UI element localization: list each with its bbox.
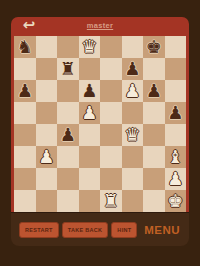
square-c3[interactable]	[57, 146, 79, 168]
white-pawn-piece[interactable]: ♟	[167, 168, 183, 190]
square-f8[interactable]	[122, 36, 144, 58]
square-e1[interactable]: ♜	[100, 190, 122, 212]
square-h1[interactable]: ♚	[165, 190, 187, 212]
square-d4[interactable]	[79, 124, 101, 146]
square-c7[interactable]: ♜	[57, 58, 79, 80]
white-pawn-piece[interactable]: ♟	[38, 146, 54, 168]
square-g5[interactable]	[143, 102, 165, 124]
square-h4[interactable]	[165, 124, 187, 146]
square-b4[interactable]	[36, 124, 58, 146]
square-g4[interactable]	[143, 124, 165, 146]
square-e7[interactable]	[100, 58, 122, 80]
square-a5[interactable]	[14, 102, 36, 124]
square-b6[interactable]	[36, 80, 58, 102]
restart-button[interactable]: RESTART	[19, 222, 59, 238]
white-queen-piece[interactable]: ♛	[81, 36, 97, 58]
square-d2[interactable]	[79, 168, 101, 190]
white-pawn-piece[interactable]: ♟	[81, 102, 97, 124]
black-knight-piece[interactable]: ♞	[17, 36, 33, 58]
square-h5[interactable]: ♟	[165, 102, 187, 124]
square-d7[interactable]	[79, 58, 101, 80]
toolbar: RESTART TAKE BACK HINT MENU	[11, 212, 189, 246]
square-c4[interactable]: ♟	[57, 124, 79, 146]
square-b5[interactable]	[36, 102, 58, 124]
square-g6[interactable]: ♟	[143, 80, 165, 102]
square-b8[interactable]	[36, 36, 58, 58]
square-f6[interactable]: ♟	[122, 80, 144, 102]
square-d1[interactable]	[79, 190, 101, 212]
black-king-piece[interactable]: ♚	[146, 36, 162, 58]
chess-board: ♞♛♚♜♟♟♟♟♟♟♟♟♛♟♝♟♜♚	[14, 36, 186, 212]
square-d3[interactable]	[79, 146, 101, 168]
square-b3[interactable]: ♟	[36, 146, 58, 168]
white-rook-piece[interactable]: ♜	[103, 190, 119, 212]
square-h3[interactable]: ♝	[165, 146, 187, 168]
take-back-button[interactable]: TAKE BACK	[62, 222, 109, 238]
square-a8[interactable]: ♞	[14, 36, 36, 58]
black-pawn-piece[interactable]: ♟	[124, 58, 140, 80]
black-rook-piece[interactable]: ♜	[60, 58, 76, 80]
square-a4[interactable]	[14, 124, 36, 146]
square-f7[interactable]: ♟	[122, 58, 144, 80]
white-king-piece[interactable]: ♚	[167, 190, 183, 212]
square-g8[interactable]: ♚	[143, 36, 165, 58]
square-g7[interactable]	[143, 58, 165, 80]
hint-button[interactable]: HINT	[111, 222, 137, 238]
square-f2[interactable]	[122, 168, 144, 190]
square-g1[interactable]	[143, 190, 165, 212]
square-d8[interactable]: ♛	[79, 36, 101, 58]
white-pawn-piece[interactable]: ♟	[124, 80, 140, 102]
chess-app: ↩ master ♞♛♚♜♟♟♟♟♟♟♟♟♛♟♝♟♜♚ RESTART TAKE…	[0, 0, 200, 266]
black-pawn-piece[interactable]: ♟	[17, 80, 33, 102]
square-a7[interactable]	[14, 58, 36, 80]
square-g2[interactable]	[143, 168, 165, 190]
square-a3[interactable]	[14, 146, 36, 168]
white-bishop-piece[interactable]: ♝	[167, 146, 183, 168]
square-e3[interactable]	[100, 146, 122, 168]
square-e5[interactable]	[100, 102, 122, 124]
header: ↩ master	[11, 17, 189, 36]
square-d6[interactable]: ♟	[79, 80, 101, 102]
square-f5[interactable]	[122, 102, 144, 124]
square-e4[interactable]	[100, 124, 122, 146]
square-b1[interactable]	[36, 190, 58, 212]
square-b7[interactable]	[36, 58, 58, 80]
black-pawn-piece[interactable]: ♟	[146, 80, 162, 102]
square-d5[interactable]: ♟	[79, 102, 101, 124]
square-f3[interactable]	[122, 146, 144, 168]
square-c1[interactable]	[57, 190, 79, 212]
square-h2[interactable]: ♟	[165, 168, 187, 190]
square-h7[interactable]	[165, 58, 187, 80]
square-b2[interactable]	[36, 168, 58, 190]
page-title: master	[11, 17, 189, 36]
menu-button[interactable]: MENU	[144, 224, 180, 236]
black-pawn-piece[interactable]: ♟	[167, 102, 183, 124]
white-queen-piece[interactable]: ♛	[124, 124, 140, 146]
square-h6[interactable]	[165, 80, 187, 102]
square-h8[interactable]	[165, 36, 187, 58]
square-f4[interactable]: ♛	[122, 124, 144, 146]
square-c8[interactable]	[57, 36, 79, 58]
black-pawn-piece[interactable]: ♟	[60, 124, 76, 146]
square-a2[interactable]	[14, 168, 36, 190]
square-e6[interactable]	[100, 80, 122, 102]
square-e2[interactable]	[100, 168, 122, 190]
square-c6[interactable]	[57, 80, 79, 102]
square-a1[interactable]	[14, 190, 36, 212]
square-f1[interactable]	[122, 190, 144, 212]
square-e8[interactable]	[100, 36, 122, 58]
square-c5[interactable]	[57, 102, 79, 124]
square-c2[interactable]	[57, 168, 79, 190]
square-g3[interactable]	[143, 146, 165, 168]
black-pawn-piece[interactable]: ♟	[81, 80, 97, 102]
square-a6[interactable]: ♟	[14, 80, 36, 102]
